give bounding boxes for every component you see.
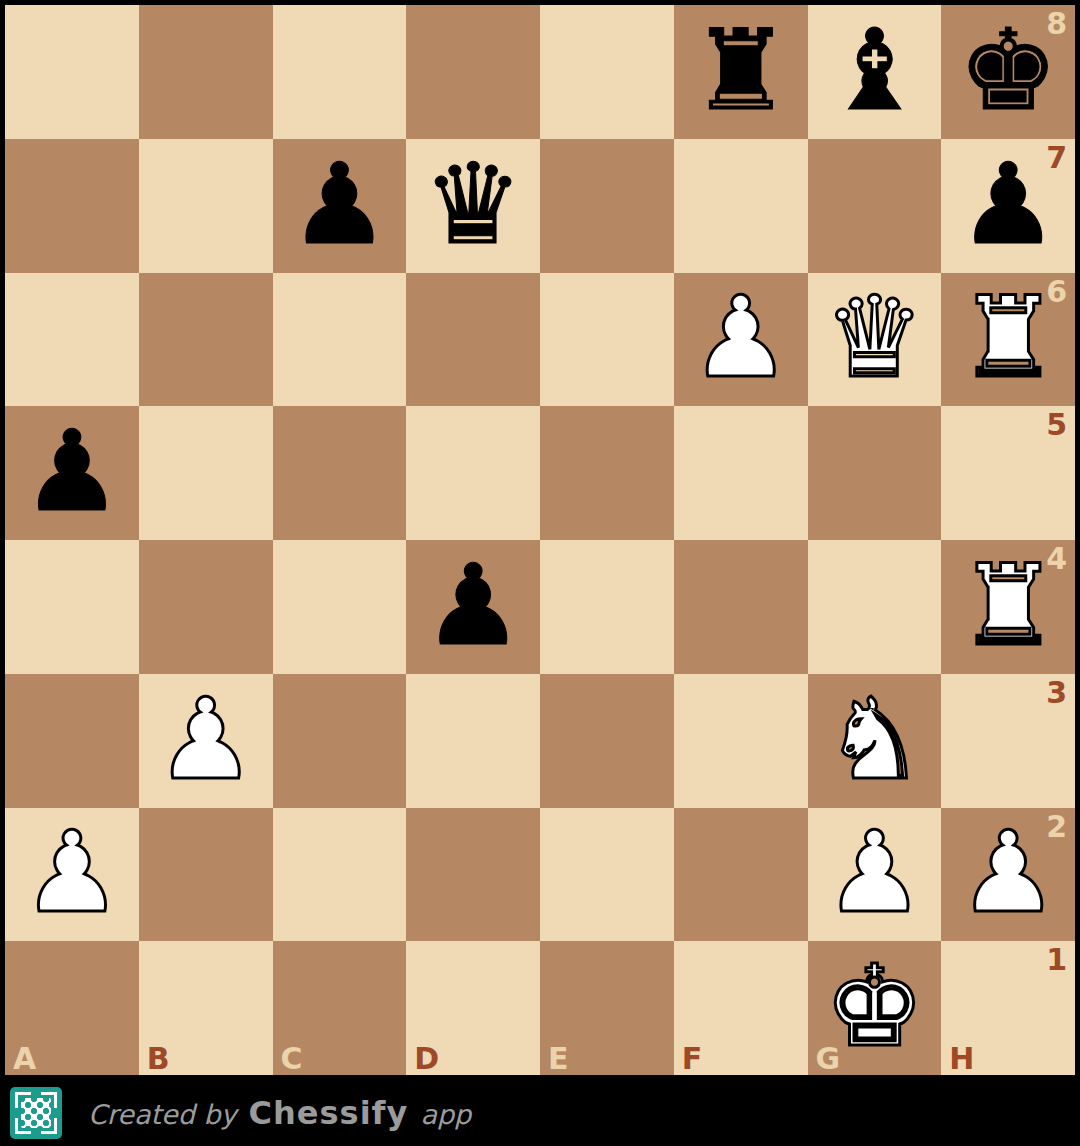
square-f2: [674, 808, 808, 942]
black-bishop-g8: ♝: [824, 14, 924, 126]
square-b4: [139, 540, 273, 674]
square-f1: F: [674, 941, 808, 1075]
square-b3: ♟: [139, 674, 273, 808]
square-g3: ♞: [808, 674, 942, 808]
rank-label-1: 1: [1046, 943, 1067, 976]
file-label-h: H: [949, 1042, 974, 1075]
square-b1: B: [139, 941, 273, 1075]
square-d8: [406, 5, 540, 139]
square-d5: [406, 406, 540, 540]
rank-label-8: 8: [1046, 7, 1067, 40]
square-h3: 3: [941, 674, 1075, 808]
square-g7: [808, 139, 942, 273]
square-e3: [540, 674, 674, 808]
square-c4: [273, 540, 407, 674]
square-h5: 5: [941, 406, 1075, 540]
square-e4: [540, 540, 674, 674]
square-d2: [406, 808, 540, 942]
white-pawn-f6: ♟: [690, 281, 790, 393]
square-h6: ♜6: [941, 273, 1075, 407]
square-d1: D: [406, 941, 540, 1075]
chess-board: ♜♝♚8♟♛♟7♟♛♜6♟5♟♜4♟♞3♟♟♟2ABCDEF♚GH1: [5, 5, 1075, 1075]
square-a4: [5, 540, 139, 674]
rank-label-7: 7: [1046, 141, 1067, 174]
square-d4: ♟: [406, 540, 540, 674]
square-h1: H1: [941, 941, 1075, 1075]
square-a8: [5, 5, 139, 139]
square-c7: ♟: [273, 139, 407, 273]
white-pawn-a2: ♟: [22, 816, 122, 928]
square-e5: [540, 406, 674, 540]
file-label-e: E: [548, 1042, 569, 1075]
square-e7: [540, 139, 674, 273]
footer-bar: Created by Chessify app: [0, 1080, 1080, 1146]
square-d7: ♛: [406, 139, 540, 273]
white-pawn-h2: ♟: [958, 816, 1058, 928]
square-f6: ♟: [674, 273, 808, 407]
square-b8: [139, 5, 273, 139]
square-a7: [5, 139, 139, 273]
black-pawn-d4: ♟: [423, 549, 523, 661]
square-f7: [674, 139, 808, 273]
white-knight-g3: ♞: [824, 683, 924, 795]
rank-label-2: 2: [1046, 810, 1067, 843]
square-c3: [273, 674, 407, 808]
app-label: app: [420, 1099, 471, 1130]
square-c5: [273, 406, 407, 540]
white-rook-h4: ♜: [958, 549, 1058, 661]
square-g4: [808, 540, 942, 674]
square-b5: [139, 406, 273, 540]
chessify-logo-icon: [10, 1087, 62, 1139]
square-h4: ♜4: [941, 540, 1075, 674]
black-rook-f8: ♜: [690, 14, 790, 126]
square-h2: ♟2: [941, 808, 1075, 942]
rank-label-5: 5: [1046, 408, 1067, 441]
file-label-c: C: [281, 1042, 303, 1075]
board-frame: ♜♝♚8♟♛♟7♟♛♜6♟5♟♜4♟♞3♟♟♟2ABCDEF♚GH1: [0, 0, 1080, 1080]
square-h8: ♚8: [941, 5, 1075, 139]
square-f4: [674, 540, 808, 674]
square-a5: ♟: [5, 406, 139, 540]
square-a1: A: [5, 941, 139, 1075]
square-f3: [674, 674, 808, 808]
file-label-b: B: [147, 1042, 170, 1075]
square-f5: [674, 406, 808, 540]
black-pawn-h7: ♟: [958, 148, 1058, 260]
black-pawn-c7: ♟: [289, 148, 389, 260]
square-c1: C: [273, 941, 407, 1075]
square-e6: [540, 273, 674, 407]
square-d3: [406, 674, 540, 808]
square-g2: ♟: [808, 808, 942, 942]
file-label-f: F: [682, 1042, 703, 1075]
created-by-label: Created by: [88, 1099, 237, 1130]
square-a3: [5, 674, 139, 808]
square-e8: [540, 5, 674, 139]
square-g8: ♝: [808, 5, 942, 139]
square-h7: ♟7: [941, 139, 1075, 273]
logo-checkerboard-icon: [21, 1098, 51, 1128]
rank-label-4: 4: [1046, 542, 1067, 575]
square-b7: [139, 139, 273, 273]
square-g5: [808, 406, 942, 540]
credit-text: Created by Chessify app: [88, 1094, 471, 1132]
brand-name: Chessify: [249, 1094, 409, 1132]
square-c6: [273, 273, 407, 407]
square-f8: ♜: [674, 5, 808, 139]
square-g6: ♛: [808, 273, 942, 407]
black-pawn-a5: ♟: [22, 415, 122, 527]
square-a6: [5, 273, 139, 407]
rank-label-3: 3: [1046, 676, 1067, 709]
black-king-h8: ♚: [958, 14, 1058, 126]
rank-label-6: 6: [1046, 275, 1067, 308]
white-queen-g6: ♛: [824, 281, 924, 393]
file-label-d: D: [414, 1042, 439, 1075]
file-label-g: G: [816, 1042, 841, 1075]
white-pawn-b3: ♟: [155, 683, 255, 795]
square-a2: ♟: [5, 808, 139, 942]
file-label-a: A: [13, 1042, 36, 1075]
white-pawn-g2: ♟: [824, 816, 924, 928]
square-b6: [139, 273, 273, 407]
square-e1: E: [540, 941, 674, 1075]
square-b2: [139, 808, 273, 942]
square-c8: [273, 5, 407, 139]
white-rook-h6: ♜: [958, 281, 1058, 393]
square-g1: ♚G: [808, 941, 942, 1075]
black-queen-d7: ♛: [423, 148, 523, 260]
square-c2: [273, 808, 407, 942]
square-d6: [406, 273, 540, 407]
square-e2: [540, 808, 674, 942]
